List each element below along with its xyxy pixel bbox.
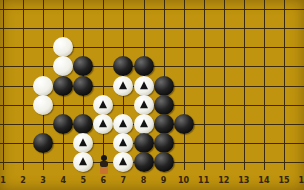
grid-line-v xyxy=(264,0,265,170)
grid-line-v xyxy=(103,0,104,170)
stone-white xyxy=(134,76,154,96)
grid-line-v xyxy=(204,0,205,170)
grid-line-h xyxy=(0,28,304,29)
stone-white xyxy=(93,114,113,134)
stone-white xyxy=(113,76,133,96)
stone-black xyxy=(154,152,174,172)
stone-white xyxy=(113,114,133,134)
stone-white xyxy=(53,56,73,76)
stone-white xyxy=(73,152,93,172)
stone-black xyxy=(154,114,174,134)
stone-white xyxy=(113,133,133,153)
column-label: 12 xyxy=(217,176,231,186)
column-label: 14 xyxy=(257,176,271,186)
triangle-mark xyxy=(119,157,127,165)
stone-white xyxy=(33,76,53,96)
column-label: 11 xyxy=(197,176,211,186)
triangle-mark xyxy=(99,100,107,108)
column-label: 1 xyxy=(0,176,10,186)
stone-black xyxy=(134,152,154,172)
stone-black xyxy=(53,114,73,134)
stone-black xyxy=(73,76,93,96)
triangle-mark xyxy=(140,81,148,89)
stone-black xyxy=(53,76,73,96)
stone-black xyxy=(73,56,93,76)
stone-white xyxy=(134,114,154,134)
column-label: 6 xyxy=(96,176,110,186)
column-label: 15 xyxy=(277,176,291,186)
triangle-mark xyxy=(99,119,107,127)
grid-line-v xyxy=(3,0,4,170)
triangle-mark xyxy=(79,157,87,165)
stone-black xyxy=(73,114,93,134)
stone-white xyxy=(73,133,93,153)
column-label: 10 xyxy=(177,176,191,186)
sprite-legs xyxy=(100,167,108,174)
stone-white xyxy=(33,95,53,115)
triangle-mark xyxy=(140,100,148,108)
column-label: 7 xyxy=(116,176,130,186)
stone-black xyxy=(134,56,154,76)
stone-black xyxy=(154,76,174,96)
column-label: 8 xyxy=(137,176,151,186)
triangle-mark xyxy=(79,138,87,146)
stone-black xyxy=(154,133,174,153)
grid-line-v xyxy=(224,0,225,170)
stone-white xyxy=(134,95,154,115)
column-label: 16 xyxy=(297,176,304,186)
stone-white xyxy=(93,95,113,115)
column-label: 2 xyxy=(16,176,30,186)
column-label: 3 xyxy=(36,176,50,186)
grid-line-h xyxy=(0,47,304,48)
go-board[interactable]: 12345678910111213141516 xyxy=(0,0,304,190)
triangle-mark xyxy=(119,119,127,127)
triangle-mark xyxy=(140,119,148,127)
stone-white xyxy=(113,152,133,172)
player-sprite xyxy=(98,155,110,174)
grid-line-v xyxy=(184,0,185,170)
column-label: 4 xyxy=(56,176,70,186)
grid-line-v xyxy=(284,0,285,170)
stone-black xyxy=(33,133,53,153)
stone-white xyxy=(53,37,73,57)
column-label: 13 xyxy=(237,176,251,186)
stone-black xyxy=(113,56,133,76)
column-label: 9 xyxy=(157,176,171,186)
triangle-mark xyxy=(119,138,127,146)
grid-line-v xyxy=(244,0,245,170)
triangle-mark xyxy=(119,81,127,89)
grid-line-v xyxy=(23,0,24,170)
stone-black xyxy=(134,133,154,153)
column-label: 5 xyxy=(76,176,90,186)
stone-black xyxy=(174,114,194,134)
grid-line-h xyxy=(0,9,304,10)
stone-black xyxy=(154,95,174,115)
